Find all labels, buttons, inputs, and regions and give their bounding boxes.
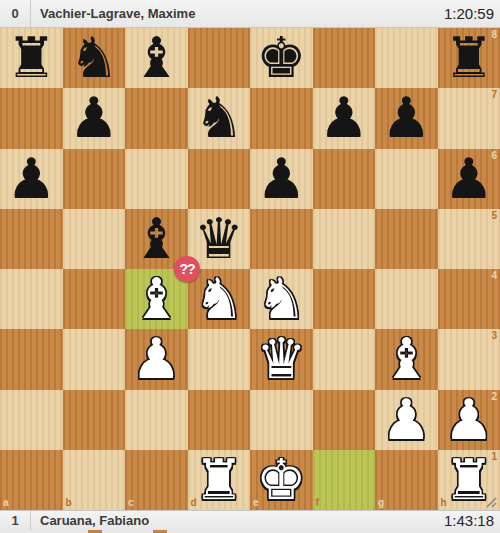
square-c6[interactable] — [125, 149, 188, 209]
square-a2[interactable] — [0, 390, 63, 450]
piece-white-queen[interactable]: ♛ — [250, 329, 313, 389]
square-d4[interactable]: ♞ — [188, 269, 251, 329]
square-b7[interactable]: ♟ — [63, 88, 126, 148]
square-g4[interactable] — [375, 269, 438, 329]
square-e3[interactable]: ♛ — [250, 329, 313, 389]
piece-black-knight[interactable]: ♞ — [63, 28, 126, 88]
piece-black-pawn[interactable]: ♟ — [0, 149, 63, 209]
white-player-name: Caruana, Fabiano — [31, 513, 444, 528]
square-e7[interactable] — [250, 88, 313, 148]
piece-black-knight[interactable]: ♞ — [188, 88, 251, 148]
square-e4[interactable]: ♞ — [250, 269, 313, 329]
square-f3[interactable] — [313, 329, 376, 389]
square-a1[interactable]: a — [0, 450, 63, 510]
square-h8[interactable]: 8♜ — [438, 28, 500, 88]
piece-white-bishop[interactable]: ♝ — [375, 329, 438, 389]
square-e2[interactable] — [250, 390, 313, 450]
square-g8[interactable] — [375, 28, 438, 88]
black-player-bar: 0 Vachier-Lagrave, Maxime 1:20:59 — [0, 0, 500, 28]
square-c3[interactable]: ♟ — [125, 329, 188, 389]
piece-black-pawn[interactable]: ♟ — [438, 149, 500, 209]
square-a4[interactable] — [0, 269, 63, 329]
square-a5[interactable] — [0, 209, 63, 269]
square-d1[interactable]: d♜ — [188, 450, 251, 510]
piece-white-knight[interactable]: ♞ — [250, 269, 313, 329]
piece-black-pawn[interactable]: ♟ — [313, 88, 376, 148]
white-clock: 1:43:18 — [444, 512, 500, 529]
square-f4[interactable] — [313, 269, 376, 329]
file-label-g: g — [378, 498, 384, 508]
piece-black-pawn[interactable]: ♟ — [63, 88, 126, 148]
rank-label-3: 3 — [491, 331, 497, 341]
square-a8[interactable]: ♜ — [0, 28, 63, 88]
square-f2[interactable] — [313, 390, 376, 450]
square-d8[interactable] — [188, 28, 251, 88]
square-b4[interactable] — [63, 269, 126, 329]
square-b3[interactable] — [63, 329, 126, 389]
square-h6[interactable]: 6♟ — [438, 149, 500, 209]
piece-black-king[interactable]: ♚ — [250, 28, 313, 88]
square-c7[interactable] — [125, 88, 188, 148]
square-d6[interactable] — [188, 149, 251, 209]
square-c1[interactable]: c — [125, 450, 188, 510]
square-d2[interactable] — [188, 390, 251, 450]
piece-white-knight[interactable]: ♞ — [188, 269, 251, 329]
live-broadcast-window: 0 Vachier-Lagrave, Maxime 1:20:59 ?? ♜♞♝… — [0, 0, 500, 533]
square-g7[interactable]: ♟ — [375, 88, 438, 148]
piece-white-king[interactable]: ♚ — [250, 450, 313, 510]
chess-board[interactable]: ?? ♜♞♝♚8♜♟♞♟♟7♟♟6♟♝♛5♝♞♞4♟♛♝3♟2♟abcd♜e♚f… — [0, 28, 500, 510]
rank-label-7: 7 — [491, 90, 497, 100]
square-b2[interactable] — [63, 390, 126, 450]
file-label-b: b — [66, 498, 72, 508]
square-h7[interactable]: 7 — [438, 88, 500, 148]
piece-black-rook[interactable]: ♜ — [438, 28, 500, 88]
piece-white-pawn[interactable]: ♟ — [125, 329, 188, 389]
file-label-a: a — [3, 498, 9, 508]
black-clock: 1:20:59 — [444, 5, 500, 22]
resize-grip-icon[interactable] — [485, 496, 497, 508]
square-g5[interactable] — [375, 209, 438, 269]
piece-black-pawn[interactable]: ♟ — [250, 149, 313, 209]
piece-black-rook[interactable]: ♜ — [0, 28, 63, 88]
square-e5[interactable] — [250, 209, 313, 269]
square-c8[interactable]: ♝ — [125, 28, 188, 88]
square-a7[interactable] — [0, 88, 63, 148]
piece-white-pawn[interactable]: ♟ — [438, 390, 500, 450]
square-f5[interactable] — [313, 209, 376, 269]
piece-white-rook[interactable]: ♜ — [188, 450, 251, 510]
white-score: 1 — [0, 511, 31, 530]
square-b6[interactable] — [63, 149, 126, 209]
black-player-name: Vachier-Lagrave, Maxime — [31, 6, 444, 21]
square-b8[interactable]: ♞ — [63, 28, 126, 88]
square-f1[interactable]: f — [313, 450, 376, 510]
square-a3[interactable] — [0, 329, 63, 389]
square-a6[interactable]: ♟ — [0, 149, 63, 209]
square-h3[interactable]: 3 — [438, 329, 500, 389]
square-g2[interactable]: ♟ — [375, 390, 438, 450]
square-d3[interactable] — [188, 329, 251, 389]
square-b1[interactable]: b — [63, 450, 126, 510]
blunder-annotation-badge: ?? — [174, 256, 200, 282]
piece-white-pawn[interactable]: ♟ — [375, 390, 438, 450]
square-e8[interactable]: ♚ — [250, 28, 313, 88]
white-player-bar: 1 Caruana, Fabiano 1:43:18 — [0, 510, 500, 530]
square-f7[interactable]: ♟ — [313, 88, 376, 148]
piece-black-pawn[interactable]: ♟ — [375, 88, 438, 148]
rank-label-5: 5 — [491, 211, 497, 221]
square-f8[interactable] — [313, 28, 376, 88]
square-b5[interactable] — [63, 209, 126, 269]
square-g3[interactable]: ♝ — [375, 329, 438, 389]
square-e6[interactable]: ♟ — [250, 149, 313, 209]
square-d7[interactable]: ♞ — [188, 88, 251, 148]
black-score: 0 — [0, 0, 31, 27]
file-label-c: c — [128, 498, 134, 508]
square-g1[interactable]: g — [375, 450, 438, 510]
square-e1[interactable]: e♚ — [250, 450, 313, 510]
rank-label-4: 4 — [491, 271, 497, 281]
square-h4[interactable]: 4 — [438, 269, 500, 329]
square-h2[interactable]: 2♟ — [438, 390, 500, 450]
piece-black-bishop[interactable]: ♝ — [125, 28, 188, 88]
square-c2[interactable] — [125, 390, 188, 450]
square-f6[interactable] — [313, 149, 376, 209]
square-g6[interactable] — [375, 149, 438, 209]
file-label-f: f — [316, 498, 319, 508]
square-h5[interactable]: 5 — [438, 209, 500, 269]
